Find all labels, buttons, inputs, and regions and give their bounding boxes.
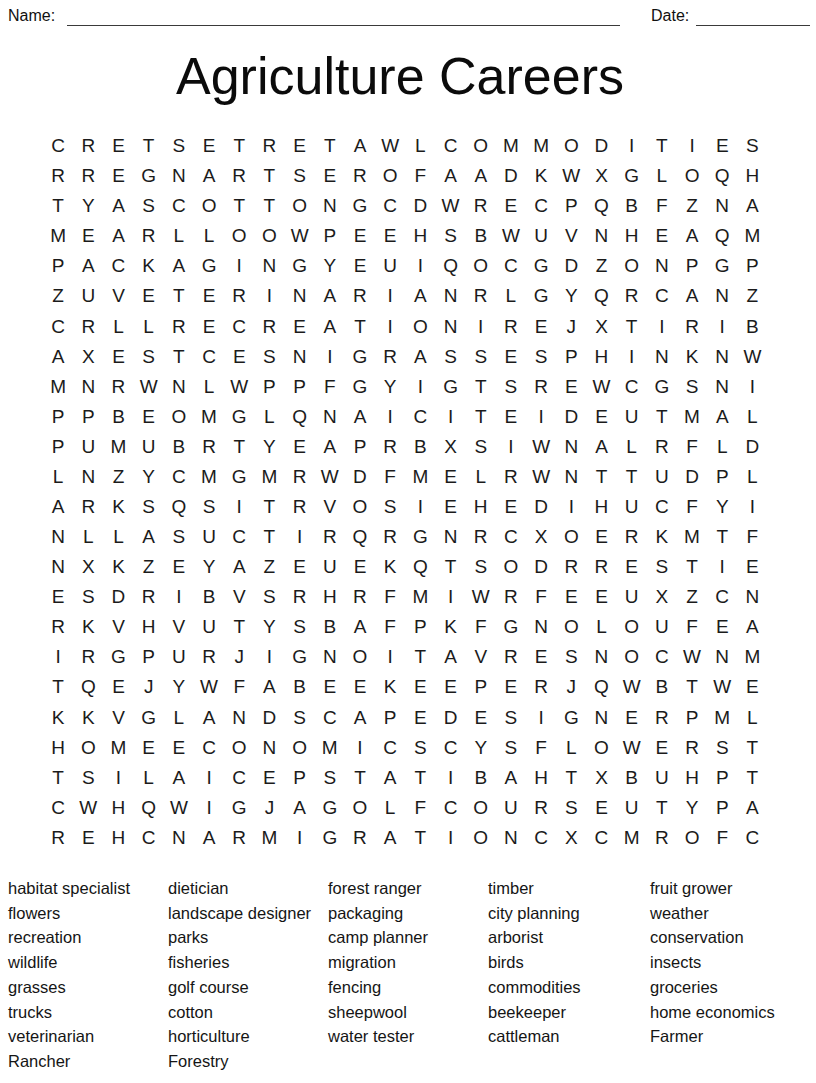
grid-cell[interactable]: N (315, 191, 345, 221)
grid-cell[interactable]: D (435, 702, 465, 732)
grid-cell[interactable]: A (677, 281, 707, 311)
grid-cell[interactable]: K (73, 702, 103, 732)
grid-cell[interactable]: L (43, 462, 73, 492)
grid-cell[interactable]: A (345, 131, 375, 161)
grid-cell[interactable]: M (43, 221, 73, 251)
grid-cell[interactable]: I (254, 642, 284, 672)
grid-cell[interactable]: H (526, 763, 556, 793)
grid-cell[interactable]: Y (73, 191, 103, 221)
grid-cell[interactable]: E (194, 281, 224, 311)
grid-cell[interactable]: K (375, 672, 405, 702)
grid-cell[interactable]: A (737, 793, 767, 823)
grid-cell[interactable]: E (194, 311, 224, 341)
grid-cell[interactable]: E (707, 131, 737, 161)
grid-cell[interactable]: I (285, 522, 315, 552)
grid-cell[interactable]: C (647, 281, 677, 311)
grid-cell[interactable]: R (496, 582, 526, 612)
grid-cell[interactable]: P (677, 702, 707, 732)
grid-cell[interactable]: R (134, 582, 164, 612)
grid-cell[interactable]: T (43, 672, 73, 702)
grid-cell[interactable]: G (617, 161, 647, 191)
grid-cell[interactable]: E (586, 402, 616, 432)
grid-cell[interactable]: N (435, 311, 465, 341)
grid-cell[interactable]: E (345, 672, 375, 702)
grid-cell[interactable]: W (73, 793, 103, 823)
grid-cell[interactable]: W (496, 221, 526, 251)
grid-cell[interactable]: C (435, 131, 465, 161)
grid-cell[interactable]: O (345, 492, 375, 522)
grid-cell[interactable]: R (526, 672, 556, 702)
grid-cell[interactable]: A (435, 161, 465, 191)
grid-cell[interactable]: R (73, 311, 103, 341)
grid-cell[interactable]: S (73, 763, 103, 793)
grid-cell[interactable]: M (405, 582, 435, 612)
grid-cell[interactable]: R (677, 311, 707, 341)
grid-cell[interactable]: A (345, 402, 375, 432)
grid-cell[interactable]: G (103, 642, 133, 672)
grid-cell[interactable]: C (103, 251, 133, 281)
grid-cell[interactable]: D (526, 492, 556, 522)
grid-cell[interactable]: T (647, 131, 677, 161)
grid-cell[interactable]: T (164, 342, 194, 372)
grid-cell[interactable]: S (194, 492, 224, 522)
grid-cell[interactable]: P (73, 402, 103, 432)
grid-cell[interactable]: S (435, 221, 465, 251)
grid-cell[interactable]: N (164, 823, 194, 853)
grid-cell[interactable]: E (285, 552, 315, 582)
grid-cell[interactable]: E (586, 793, 616, 823)
grid-cell[interactable]: L (647, 161, 677, 191)
grid-cell[interactable]: E (707, 612, 737, 642)
grid-cell[interactable]: E (647, 733, 677, 763)
grid-cell[interactable]: M (677, 522, 707, 552)
grid-cell[interactable]: W (435, 191, 465, 221)
grid-cell[interactable]: E (435, 492, 465, 522)
grid-cell[interactable]: I (435, 823, 465, 853)
grid-cell[interactable]: M (707, 702, 737, 732)
grid-cell[interactable]: T (466, 372, 496, 402)
grid-cell[interactable]: I (164, 582, 194, 612)
grid-cell[interactable]: O (254, 221, 284, 251)
grid-cell[interactable]: U (617, 492, 647, 522)
grid-cell[interactable]: F (707, 823, 737, 853)
grid-cell[interactable]: F (375, 612, 405, 642)
grid-cell[interactable]: U (315, 552, 345, 582)
grid-cell[interactable]: V (556, 221, 586, 251)
grid-cell[interactable]: F (647, 191, 677, 221)
grid-cell[interactable]: A (254, 672, 284, 702)
grid-cell[interactable]: T (405, 823, 435, 853)
grid-cell[interactable]: K (677, 342, 707, 372)
grid-cell[interactable]: I (647, 311, 677, 341)
grid-cell[interactable]: E (43, 582, 73, 612)
grid-cell[interactable]: E (194, 131, 224, 161)
grid-cell[interactable]: T (737, 733, 767, 763)
grid-cell[interactable]: E (496, 342, 526, 372)
grid-cell[interactable]: I (315, 342, 345, 372)
grid-cell[interactable]: Z (254, 552, 284, 582)
grid-cell[interactable]: A (466, 161, 496, 191)
grid-cell[interactable]: M (737, 221, 767, 251)
grid-cell[interactable]: E (526, 311, 556, 341)
grid-cell[interactable]: M (496, 131, 526, 161)
grid-cell[interactable]: C (194, 733, 224, 763)
grid-cell[interactable]: R (134, 221, 164, 251)
grid-cell[interactable]: A (194, 702, 224, 732)
grid-cell[interactable]: P (707, 462, 737, 492)
grid-cell[interactable]: V (103, 612, 133, 642)
grid-cell[interactable]: G (315, 793, 345, 823)
grid-cell[interactable]: F (315, 372, 345, 402)
grid-cell[interactable]: T (164, 281, 194, 311)
grid-cell[interactable]: A (43, 492, 73, 522)
grid-cell[interactable]: T (617, 311, 647, 341)
grid-cell[interactable]: U (647, 462, 677, 492)
grid-cell[interactable]: I (435, 582, 465, 612)
grid-cell[interactable]: N (315, 642, 345, 672)
grid-cell[interactable]: A (103, 221, 133, 251)
grid-cell[interactable]: I (496, 432, 526, 462)
grid-cell[interactable]: O (345, 793, 375, 823)
grid-cell[interactable]: O (164, 402, 194, 432)
grid-cell[interactable]: Y (707, 492, 737, 522)
grid-cell[interactable]: X (586, 311, 616, 341)
grid-cell[interactable]: S (134, 191, 164, 221)
grid-cell[interactable]: N (556, 432, 586, 462)
grid-cell[interactable]: S (496, 733, 526, 763)
grid-cell[interactable]: I (466, 311, 496, 341)
grid-cell[interactable]: T (647, 793, 677, 823)
grid-cell[interactable]: E (134, 733, 164, 763)
grid-cell[interactable]: S (466, 342, 496, 372)
grid-cell[interactable]: A (315, 311, 345, 341)
grid-cell[interactable]: A (375, 763, 405, 793)
grid-cell[interactable]: G (647, 372, 677, 402)
grid-cell[interactable]: N (707, 342, 737, 372)
grid-cell[interactable]: F (375, 582, 405, 612)
grid-cell[interactable]: S (164, 522, 194, 552)
grid-cell[interactable]: C (737, 823, 767, 853)
grid-cell[interactable]: G (285, 251, 315, 281)
grid-cell[interactable]: R (103, 372, 133, 402)
grid-cell[interactable]: G (345, 372, 375, 402)
grid-cell[interactable]: N (707, 372, 737, 402)
grid-cell[interactable]: L (737, 462, 767, 492)
grid-cell[interactable]: N (285, 281, 315, 311)
grid-cell[interactable]: Y (254, 612, 284, 642)
grid-cell[interactable]: O (466, 823, 496, 853)
grid-cell[interactable]: E (254, 763, 284, 793)
grid-cell[interactable]: A (345, 612, 375, 642)
grid-cell[interactable]: T (254, 522, 284, 552)
grid-cell[interactable]: E (466, 702, 496, 732)
grid-cell[interactable]: R (496, 642, 526, 672)
grid-cell[interactable]: C (647, 492, 677, 522)
grid-cell[interactable]: R (194, 642, 224, 672)
grid-cell[interactable]: V (315, 492, 345, 522)
grid-cell[interactable]: J (254, 793, 284, 823)
grid-cell[interactable]: P (285, 372, 315, 402)
grid-cell[interactable]: B (194, 582, 224, 612)
grid-cell[interactable]: R (224, 161, 254, 191)
grid-cell[interactable]: D (496, 161, 526, 191)
grid-cell[interactable]: D (586, 131, 616, 161)
grid-cell[interactable]: C (224, 522, 254, 552)
grid-cell[interactable]: C (617, 372, 647, 402)
grid-cell[interactable]: E (496, 402, 526, 432)
grid-cell[interactable]: U (647, 612, 677, 642)
grid-cell[interactable]: T (134, 131, 164, 161)
grid-cell[interactable]: N (254, 251, 284, 281)
grid-cell[interactable]: A (164, 251, 194, 281)
grid-cell[interactable]: H (586, 342, 616, 372)
grid-cell[interactable]: G (345, 191, 375, 221)
grid-cell[interactable]: S (73, 582, 103, 612)
grid-cell[interactable]: B (466, 763, 496, 793)
grid-cell[interactable]: F (526, 733, 556, 763)
grid-cell[interactable]: A (496, 763, 526, 793)
grid-cell[interactable]: A (43, 342, 73, 372)
grid-cell[interactable]: R (526, 372, 556, 402)
grid-cell[interactable]: P (556, 342, 586, 372)
grid-cell[interactable]: L (194, 221, 224, 251)
grid-cell[interactable]: D (405, 191, 435, 221)
grid-cell[interactable]: C (375, 733, 405, 763)
grid-cell[interactable]: N (315, 402, 345, 432)
grid-cell[interactable]: T (466, 402, 496, 432)
grid-cell[interactable]: W (586, 372, 616, 402)
grid-cell[interactable]: Z (677, 191, 707, 221)
grid-cell[interactable]: I (375, 311, 405, 341)
grid-cell[interactable]: K (103, 552, 133, 582)
grid-cell[interactable]: S (677, 372, 707, 402)
grid-cell[interactable]: R (345, 281, 375, 311)
grid-cell[interactable]: N (556, 462, 586, 492)
name-blank-line[interactable] (67, 10, 620, 26)
grid-cell[interactable]: A (315, 432, 345, 462)
grid-cell[interactable]: R (285, 462, 315, 492)
grid-cell[interactable]: T (556, 763, 586, 793)
grid-cell[interactable]: A (73, 251, 103, 281)
grid-cell[interactable]: H (103, 823, 133, 853)
grid-cell[interactable]: U (526, 221, 556, 251)
grid-cell[interactable]: G (405, 522, 435, 552)
grid-cell[interactable]: S (737, 131, 767, 161)
grid-cell[interactable]: R (43, 161, 73, 191)
grid-cell[interactable]: K (526, 161, 556, 191)
grid-cell[interactable]: A (345, 702, 375, 732)
grid-cell[interactable]: O (617, 612, 647, 642)
grid-cell[interactable]: S (405, 733, 435, 763)
grid-cell[interactable]: I (285, 823, 315, 853)
grid-cell[interactable]: G (134, 161, 164, 191)
grid-cell[interactable]: I (224, 251, 254, 281)
grid-cell[interactable]: I (707, 552, 737, 582)
grid-cell[interactable]: E (285, 131, 315, 161)
grid-cell[interactable]: H (405, 221, 435, 251)
grid-cell[interactable]: C (496, 522, 526, 552)
grid-cell[interactable]: P (405, 612, 435, 642)
grid-cell[interactable]: X (435, 432, 465, 462)
grid-cell[interactable]: W (315, 462, 345, 492)
grid-cell[interactable]: C (586, 823, 616, 853)
grid-cell[interactable]: Z (677, 582, 707, 612)
grid-cell[interactable]: B (617, 763, 647, 793)
grid-cell[interactable]: B (285, 672, 315, 702)
grid-cell[interactable]: D (677, 462, 707, 492)
grid-cell[interactable]: T (677, 552, 707, 582)
grid-cell[interactable]: E (526, 642, 556, 672)
grid-cell[interactable]: H (737, 161, 767, 191)
grid-cell[interactable]: N (43, 552, 73, 582)
grid-cell[interactable]: E (375, 221, 405, 251)
grid-cell[interactable]: A (315, 281, 345, 311)
grid-cell[interactable]: C (526, 823, 556, 853)
grid-cell[interactable]: G (435, 372, 465, 402)
grid-cell[interactable]: S (647, 552, 677, 582)
grid-cell[interactable]: N (526, 612, 556, 642)
grid-cell[interactable]: O (466, 793, 496, 823)
grid-cell[interactable]: H (43, 733, 73, 763)
grid-cell[interactable]: I (435, 402, 465, 432)
grid-cell[interactable]: W (617, 733, 647, 763)
grid-cell[interactable]: K (43, 702, 73, 732)
grid-cell[interactable]: R (556, 552, 586, 582)
grid-cell[interactable]: U (194, 612, 224, 642)
grid-cell[interactable]: I (556, 492, 586, 522)
grid-cell[interactable]: D (556, 251, 586, 281)
grid-cell[interactable]: R (345, 823, 375, 853)
grid-cell[interactable]: G (707, 251, 737, 281)
grid-cell[interactable]: M (526, 131, 556, 161)
grid-cell[interactable]: W (617, 672, 647, 702)
grid-cell[interactable]: H (103, 793, 133, 823)
grid-cell[interactable]: M (194, 402, 224, 432)
grid-cell[interactable]: T (405, 642, 435, 672)
grid-cell[interactable]: R (224, 823, 254, 853)
grid-cell[interactable]: U (73, 281, 103, 311)
grid-cell[interactable]: E (586, 522, 616, 552)
grid-cell[interactable]: R (526, 793, 556, 823)
grid-cell[interactable]: A (405, 281, 435, 311)
grid-cell[interactable]: O (556, 522, 586, 552)
grid-cell[interactable]: L (737, 702, 767, 732)
grid-cell[interactable]: R (345, 161, 375, 191)
grid-cell[interactable]: T (435, 552, 465, 582)
grid-cell[interactable]: R (586, 552, 616, 582)
grid-cell[interactable]: I (617, 342, 647, 372)
grid-cell[interactable]: O (375, 161, 405, 191)
grid-cell[interactable]: P (43, 402, 73, 432)
grid-cell[interactable]: F (224, 672, 254, 702)
grid-cell[interactable]: K (375, 552, 405, 582)
grid-cell[interactable]: X (556, 823, 586, 853)
grid-cell[interactable]: Z (103, 462, 133, 492)
grid-cell[interactable]: P (677, 251, 707, 281)
grid-cell[interactable]: V (103, 702, 133, 732)
grid-cell[interactable]: I (737, 492, 767, 522)
grid-cell[interactable]: N (224, 702, 254, 732)
grid-cell[interactable]: A (737, 612, 767, 642)
grid-cell[interactable]: H (617, 221, 647, 251)
grid-cell[interactable]: W (707, 672, 737, 702)
grid-cell[interactable]: I (405, 372, 435, 402)
grid-cell[interactable]: N (435, 522, 465, 552)
grid-cell[interactable]: I (375, 281, 405, 311)
grid-cell[interactable]: M (315, 733, 345, 763)
grid-cell[interactable]: E (315, 672, 345, 702)
grid-cell[interactable]: R (73, 161, 103, 191)
grid-cell[interactable]: C (43, 311, 73, 341)
grid-cell[interactable]: O (677, 161, 707, 191)
grid-cell[interactable]: O (73, 733, 103, 763)
grid-cell[interactable]: O (466, 251, 496, 281)
grid-cell[interactable]: X (526, 522, 556, 552)
grid-cell[interactable]: A (405, 342, 435, 372)
grid-cell[interactable]: E (435, 672, 465, 702)
grid-cell[interactable]: G (285, 642, 315, 672)
grid-cell[interactable]: M (194, 462, 224, 492)
grid-cell[interactable]: D (103, 582, 133, 612)
grid-cell[interactable]: Y (254, 432, 284, 462)
grid-cell[interactable]: S (466, 432, 496, 462)
grid-cell[interactable]: Q (586, 281, 616, 311)
grid-cell[interactable]: G (345, 342, 375, 372)
grid-cell[interactable]: W (164, 793, 194, 823)
grid-cell[interactable]: R (617, 522, 647, 552)
grid-cell[interactable]: L (617, 432, 647, 462)
grid-cell[interactable]: C (435, 733, 465, 763)
grid-cell[interactable]: T (224, 432, 254, 462)
grid-cell[interactable]: Z (43, 281, 73, 311)
grid-cell[interactable]: E (315, 161, 345, 191)
grid-cell[interactable]: R (43, 612, 73, 642)
grid-cell[interactable]: Z (586, 251, 616, 281)
grid-cell[interactable]: T (586, 462, 616, 492)
grid-cell[interactable]: U (164, 642, 194, 672)
grid-cell[interactable]: T (224, 131, 254, 161)
grid-cell[interactable]: R (466, 522, 496, 552)
grid-cell[interactable]: R (345, 582, 375, 612)
grid-cell[interactable]: G (224, 462, 254, 492)
grid-cell[interactable]: I (677, 131, 707, 161)
grid-cell[interactable]: I (405, 251, 435, 281)
grid-cell[interactable]: P (43, 251, 73, 281)
grid-cell[interactable]: T (345, 311, 375, 341)
grid-cell[interactable]: P (254, 372, 284, 402)
grid-cell[interactable]: E (103, 131, 133, 161)
grid-cell[interactable]: N (285, 342, 315, 372)
grid-cell[interactable]: Z (134, 552, 164, 582)
grid-cell[interactable]: X (73, 552, 103, 582)
grid-cell[interactable]: B (647, 672, 677, 702)
grid-cell[interactable]: A (435, 642, 465, 672)
grid-cell[interactable]: T (224, 612, 254, 642)
grid-cell[interactable]: O (466, 131, 496, 161)
grid-cell[interactable]: Y (375, 372, 405, 402)
grid-cell[interactable]: P (737, 251, 767, 281)
grid-cell[interactable]: K (647, 522, 677, 552)
grid-cell[interactable]: L (164, 221, 194, 251)
grid-cell[interactable]: O (677, 823, 707, 853)
grid-cell[interactable]: L (73, 522, 103, 552)
grid-cell[interactable]: Y (164, 672, 194, 702)
grid-cell[interactable]: W (194, 672, 224, 702)
grid-cell[interactable]: T (224, 191, 254, 221)
grid-cell[interactable]: F (677, 612, 707, 642)
grid-cell[interactable]: B (103, 402, 133, 432)
grid-cell[interactable]: W (224, 372, 254, 402)
